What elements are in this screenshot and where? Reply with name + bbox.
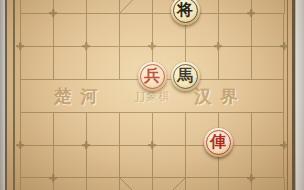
board-cell xyxy=(20,46,53,79)
board-frame-right-inner xyxy=(287,0,288,190)
board-cell xyxy=(53,145,86,178)
point-marker xyxy=(214,42,223,51)
river-label-chu-he: 楚河 xyxy=(38,85,114,108)
board-cell xyxy=(119,145,152,178)
point-marker xyxy=(16,141,25,150)
point-marker xyxy=(280,42,289,51)
piece-glyph: 兵 xyxy=(144,68,160,84)
point-marker xyxy=(280,141,289,150)
board-cell xyxy=(20,13,53,46)
board-cell xyxy=(86,46,119,79)
point-marker xyxy=(16,42,25,51)
board-frame-right-outer xyxy=(292,0,295,190)
piece-glyph: 馬 xyxy=(177,68,193,84)
board-cell xyxy=(152,112,185,145)
board-cell xyxy=(20,112,53,145)
board-cell xyxy=(86,112,119,145)
board-frame-left-inner xyxy=(13,0,15,190)
board-cell xyxy=(86,13,119,46)
point-marker xyxy=(82,141,91,150)
point-marker xyxy=(247,9,256,18)
app-watermark: JJ象棋 xyxy=(122,89,184,104)
right-margin xyxy=(296,0,304,190)
board-cell xyxy=(86,145,119,178)
black-general-piece[interactable]: 将 xyxy=(171,0,200,25)
board-cell xyxy=(218,46,251,79)
red-soldier-piece[interactable]: 兵 xyxy=(138,62,167,91)
board-cell xyxy=(53,46,86,79)
point-marker xyxy=(49,9,58,18)
red-chariot-piece[interactable]: 俥 xyxy=(204,128,233,157)
xiangqi-board-screen: 楚河 汉界 JJ象棋 将兵馬俥 xyxy=(0,0,304,190)
black-horse-piece[interactable]: 馬 xyxy=(171,62,200,91)
piece-glyph: 俥 xyxy=(210,134,226,150)
board-frame-left-outer xyxy=(5,0,7,190)
piece-glyph: 将 xyxy=(177,2,193,18)
point-marker xyxy=(148,141,157,150)
point-marker xyxy=(49,174,58,183)
board-cell xyxy=(251,46,284,79)
board-cell xyxy=(152,145,185,178)
point-marker xyxy=(247,174,256,183)
board-cell xyxy=(251,79,284,112)
board-cell xyxy=(251,145,284,178)
point-marker xyxy=(82,42,91,51)
point-marker xyxy=(148,42,157,51)
board-cell xyxy=(218,13,251,46)
